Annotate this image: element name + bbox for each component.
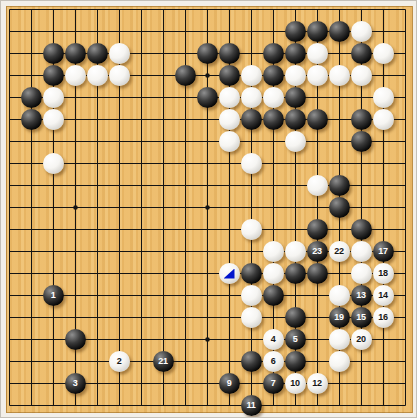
black-stone[interactable] (65, 329, 86, 350)
white-stone[interactable] (241, 219, 262, 240)
white-stone[interactable] (65, 65, 86, 86)
black-stone[interactable] (43, 65, 64, 86)
black-stone[interactable] (43, 43, 64, 64)
white-stone[interactable] (263, 87, 284, 108)
white-stone[interactable] (329, 285, 350, 306)
white-stone[interactable] (285, 65, 306, 86)
black-stone[interactable] (307, 21, 328, 42)
white-stone[interactable] (219, 109, 240, 130)
black-stone[interactable]: 13 (351, 285, 372, 306)
white-stone[interactable] (373, 43, 394, 64)
black-stone[interactable] (175, 65, 196, 86)
white-stone[interactable] (219, 87, 240, 108)
black-stone[interactable] (263, 285, 284, 306)
black-stone[interactable] (241, 263, 262, 284)
black-stone[interactable] (65, 43, 86, 64)
black-stone[interactable]: 7 (263, 373, 284, 394)
white-stone[interactable] (329, 65, 350, 86)
white-stone[interactable] (307, 175, 328, 196)
white-stone[interactable] (109, 43, 130, 64)
move-number-label: 16 (378, 313, 387, 322)
move-number-label: 13 (356, 291, 365, 300)
white-stone[interactable] (351, 65, 372, 86)
black-stone[interactable] (197, 43, 218, 64)
black-stone[interactable] (21, 87, 42, 108)
white-stone[interactable] (307, 65, 328, 86)
white-stone[interactable] (241, 153, 262, 174)
white-stone[interactable]: 18 (373, 263, 394, 284)
black-stone[interactable] (351, 43, 372, 64)
black-stone[interactable] (307, 263, 328, 284)
black-stone[interactable] (285, 87, 306, 108)
move-number-label: 4 (271, 335, 276, 344)
move-number-label: 2 (117, 357, 122, 366)
white-stone[interactable] (351, 21, 372, 42)
white-stone[interactable] (241, 285, 262, 306)
black-stone[interactable]: 17 (373, 241, 394, 262)
white-stone[interactable] (285, 241, 306, 262)
white-stone[interactable] (373, 87, 394, 108)
white-stone[interactable] (373, 109, 394, 130)
move-number-label: 3 (73, 379, 78, 388)
move-number-label: 5 (293, 335, 298, 344)
black-stone[interactable] (219, 43, 240, 64)
black-stone[interactable] (307, 109, 328, 130)
white-stone[interactable] (307, 43, 328, 64)
white-stone[interactable] (43, 153, 64, 174)
black-stone[interactable] (263, 43, 284, 64)
black-stone[interactable] (285, 307, 306, 328)
white-stone[interactable] (329, 351, 350, 372)
move-number-label: 20 (356, 335, 365, 344)
white-stone[interactable] (351, 263, 372, 284)
white-stone[interactable] (219, 131, 240, 152)
move-number-label: 14 (378, 291, 387, 300)
move-number-label: 19 (334, 313, 343, 322)
stones-layer: 232217181131419151645202216397101211 (1, 1, 417, 418)
black-stone[interactable] (285, 21, 306, 42)
move-number-label: 21 (158, 357, 167, 366)
black-stone[interactable] (351, 109, 372, 130)
move-number-label: 7 (271, 379, 276, 388)
black-stone[interactable] (351, 219, 372, 240)
move-number-label: 18 (378, 269, 387, 278)
black-stone[interactable] (351, 131, 372, 152)
black-stone[interactable]: 5 (285, 329, 306, 350)
black-stone[interactable]: 3 (65, 373, 86, 394)
black-stone[interactable]: 19 (329, 307, 350, 328)
white-stone[interactable] (241, 87, 262, 108)
black-stone[interactable]: 9 (219, 373, 240, 394)
white-stone[interactable]: 20 (351, 329, 372, 350)
white-stone[interactable] (351, 241, 372, 262)
move-number-label: 15 (356, 313, 365, 322)
black-stone[interactable]: 21 (153, 351, 174, 372)
black-stone[interactable] (197, 87, 218, 108)
white-stone[interactable] (87, 65, 108, 86)
move-number-label: 6 (271, 357, 276, 366)
black-stone[interactable] (329, 21, 350, 42)
black-stone[interactable]: 11 (241, 395, 262, 416)
white-stone[interactable] (43, 109, 64, 130)
black-stone[interactable] (219, 65, 240, 86)
black-stone[interactable] (241, 109, 262, 130)
black-stone[interactable]: 15 (351, 307, 372, 328)
black-stone[interactable] (285, 109, 306, 130)
black-stone[interactable] (329, 197, 350, 218)
white-stone[interactable]: 22 (329, 241, 350, 262)
white-stone[interactable]: 6 (263, 351, 284, 372)
white-stone[interactable] (241, 307, 262, 328)
black-stone[interactable] (307, 219, 328, 240)
move-number-label: 9 (227, 379, 232, 388)
black-stone[interactable]: 23 (307, 241, 328, 262)
move-number-label: 10 (290, 379, 299, 388)
white-stone[interactable]: 12 (307, 373, 328, 394)
move-number-label: 22 (334, 247, 343, 256)
move-number-label: 12 (312, 379, 321, 388)
black-stone[interactable]: 1 (43, 285, 64, 306)
black-stone[interactable] (285, 351, 306, 372)
white-stone[interactable] (263, 263, 284, 284)
black-stone[interactable] (87, 43, 108, 64)
white-stone[interactable]: 2 (109, 351, 130, 372)
white-stone[interactable] (329, 329, 350, 350)
black-stone[interactable] (285, 43, 306, 64)
white-stone[interactable] (43, 87, 64, 108)
white-stone[interactable] (109, 65, 130, 86)
black-stone[interactable] (329, 175, 350, 196)
move-number-label: 11 (247, 401, 256, 410)
go-board-frame: 232217181131419151645202216397101211 (0, 0, 417, 418)
black-stone[interactable] (263, 109, 284, 130)
white-stone[interactable]: 14 (373, 285, 394, 306)
move-number-label: 1 (51, 291, 56, 300)
white-stone[interactable] (263, 241, 284, 262)
black-stone[interactable] (241, 351, 262, 372)
black-stone[interactable] (21, 109, 42, 130)
move-number-label: 23 (312, 247, 321, 256)
white-stone[interactable] (241, 65, 262, 86)
white-stone[interactable]: 4 (263, 329, 284, 350)
black-stone[interactable] (263, 65, 284, 86)
white-stone[interactable]: 16 (373, 307, 394, 328)
black-stone[interactable] (285, 263, 306, 284)
white-stone[interactable]: 10 (285, 373, 306, 394)
white-stone[interactable] (285, 131, 306, 152)
move-number-label: 17 (378, 247, 387, 256)
white-stone[interactable] (219, 263, 240, 284)
